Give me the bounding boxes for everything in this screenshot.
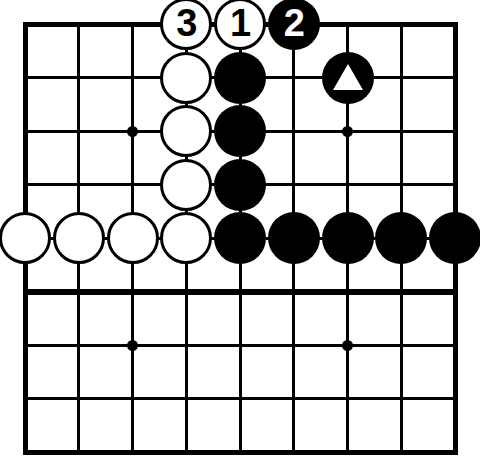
go-diagram: 312 [0,0,480,456]
stone-white [160,159,212,211]
stone-black-move-2: 2 [268,0,320,50]
stone-white [160,105,212,157]
stone-black [429,212,480,264]
stone-white-move-1: 1 [214,0,266,50]
stone-black [268,212,320,264]
move-number-label: 3 [176,4,196,42]
move-number-label: 1 [230,4,250,42]
star-point [127,126,138,137]
stone-white [160,212,212,264]
move-number-label: 2 [284,4,304,42]
go-board: 312 [0,0,480,456]
stone-white [107,212,159,264]
stone-black [214,52,266,104]
stone-black [214,212,266,264]
stone-black [214,159,266,211]
stone-black [322,212,374,264]
stone-white [0,212,51,264]
star-point [342,126,353,137]
stone-black-marked [322,52,374,104]
stone-white [53,212,105,264]
stone-white-move-3: 3 [160,0,212,50]
stone-black [375,212,427,264]
star-point [127,340,138,351]
stone-white [160,52,212,104]
triangle-mark-icon [333,64,363,90]
star-point [342,340,353,351]
stone-black [214,105,266,157]
